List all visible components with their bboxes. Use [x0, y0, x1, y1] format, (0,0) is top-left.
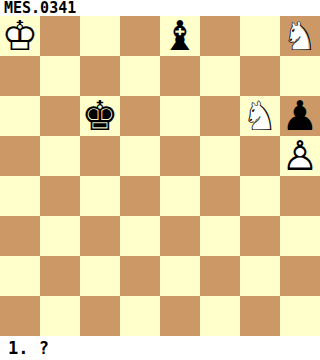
- square-a2[interactable]: [0, 256, 40, 296]
- square-f4[interactable]: [200, 176, 240, 216]
- square-g6[interactable]: ♞♘: [240, 96, 280, 136]
- square-d2[interactable]: [120, 256, 160, 296]
- square-h7[interactable]: [280, 56, 320, 96]
- white-knight-glyph: ♘: [280, 16, 320, 56]
- square-e6[interactable]: [160, 96, 200, 136]
- square-b8[interactable]: [40, 16, 80, 56]
- square-b2[interactable]: [40, 256, 80, 296]
- white-knight-piece[interactable]: ♞♘: [240, 96, 280, 136]
- square-f6[interactable]: [200, 96, 240, 136]
- square-f5[interactable]: [200, 136, 240, 176]
- square-a1[interactable]: [0, 296, 40, 336]
- square-a3[interactable]: [0, 216, 40, 256]
- square-e5[interactable]: [160, 136, 200, 176]
- black-bishop-glyph: ♝: [160, 16, 200, 56]
- puzzle-title: MES.0341: [0, 0, 320, 16]
- square-g1[interactable]: [240, 296, 280, 336]
- square-g5[interactable]: [240, 136, 280, 176]
- square-a8[interactable]: ♚♔: [0, 16, 40, 56]
- chess-board: ♚♔♝♞♘♚♞♘♟♟♙: [0, 16, 320, 336]
- square-d3[interactable]: [120, 216, 160, 256]
- move-prompt: 1. ?: [0, 336, 320, 360]
- square-d5[interactable]: [120, 136, 160, 176]
- square-b6[interactable]: [40, 96, 80, 136]
- square-d7[interactable]: [120, 56, 160, 96]
- square-c4[interactable]: [80, 176, 120, 216]
- black-king-glyph: ♚: [80, 96, 120, 136]
- square-f2[interactable]: [200, 256, 240, 296]
- white-knight-piece[interactable]: ♞♘: [280, 16, 320, 56]
- square-f8[interactable]: [200, 16, 240, 56]
- square-a5[interactable]: [0, 136, 40, 176]
- square-f1[interactable]: [200, 296, 240, 336]
- square-e7[interactable]: [160, 56, 200, 96]
- square-e4[interactable]: [160, 176, 200, 216]
- square-g8[interactable]: [240, 16, 280, 56]
- square-c1[interactable]: [80, 296, 120, 336]
- white-king-glyph: ♔: [0, 16, 40, 56]
- square-h2[interactable]: [280, 256, 320, 296]
- square-e2[interactable]: [160, 256, 200, 296]
- square-a6[interactable]: [0, 96, 40, 136]
- square-f7[interactable]: [200, 56, 240, 96]
- square-h5[interactable]: ♟♙: [280, 136, 320, 176]
- square-d4[interactable]: [120, 176, 160, 216]
- square-g3[interactable]: [240, 216, 280, 256]
- square-g2[interactable]: [240, 256, 280, 296]
- square-c2[interactable]: [80, 256, 120, 296]
- square-b4[interactable]: [40, 176, 80, 216]
- square-d6[interactable]: [120, 96, 160, 136]
- square-f3[interactable]: [200, 216, 240, 256]
- white-knight-glyph: ♘: [240, 96, 280, 136]
- square-d8[interactable]: [120, 16, 160, 56]
- square-c8[interactable]: [80, 16, 120, 56]
- white-pawn-glyph: ♙: [280, 136, 320, 176]
- square-b5[interactable]: [40, 136, 80, 176]
- black-pawn-glyph: ♟: [280, 96, 320, 136]
- square-b3[interactable]: [40, 216, 80, 256]
- square-e1[interactable]: [160, 296, 200, 336]
- white-king-piece[interactable]: ♚♔: [0, 16, 40, 56]
- square-g4[interactable]: [240, 176, 280, 216]
- square-c3[interactable]: [80, 216, 120, 256]
- square-e3[interactable]: [160, 216, 200, 256]
- black-king-piece[interactable]: ♚: [80, 96, 120, 136]
- square-h4[interactable]: [280, 176, 320, 216]
- square-a4[interactable]: [0, 176, 40, 216]
- square-h1[interactable]: [280, 296, 320, 336]
- square-c7[interactable]: [80, 56, 120, 96]
- square-e8[interactable]: ♝: [160, 16, 200, 56]
- black-bishop-piece[interactable]: ♝: [160, 16, 200, 56]
- white-pawn-piece[interactable]: ♟♙: [280, 136, 320, 176]
- square-h6[interactable]: ♟: [280, 96, 320, 136]
- chess-puzzle-window: { "window": { "title": "MES.0341", "move…: [0, 0, 320, 360]
- square-a7[interactable]: [0, 56, 40, 96]
- square-b7[interactable]: [40, 56, 80, 96]
- square-b1[interactable]: [40, 296, 80, 336]
- black-pawn-piece[interactable]: ♟: [280, 96, 320, 136]
- square-h3[interactable]: [280, 216, 320, 256]
- square-d1[interactable]: [120, 296, 160, 336]
- square-c5[interactable]: [80, 136, 120, 176]
- square-g7[interactable]: [240, 56, 280, 96]
- square-c6[interactable]: ♚: [80, 96, 120, 136]
- square-h8[interactable]: ♞♘: [280, 16, 320, 56]
